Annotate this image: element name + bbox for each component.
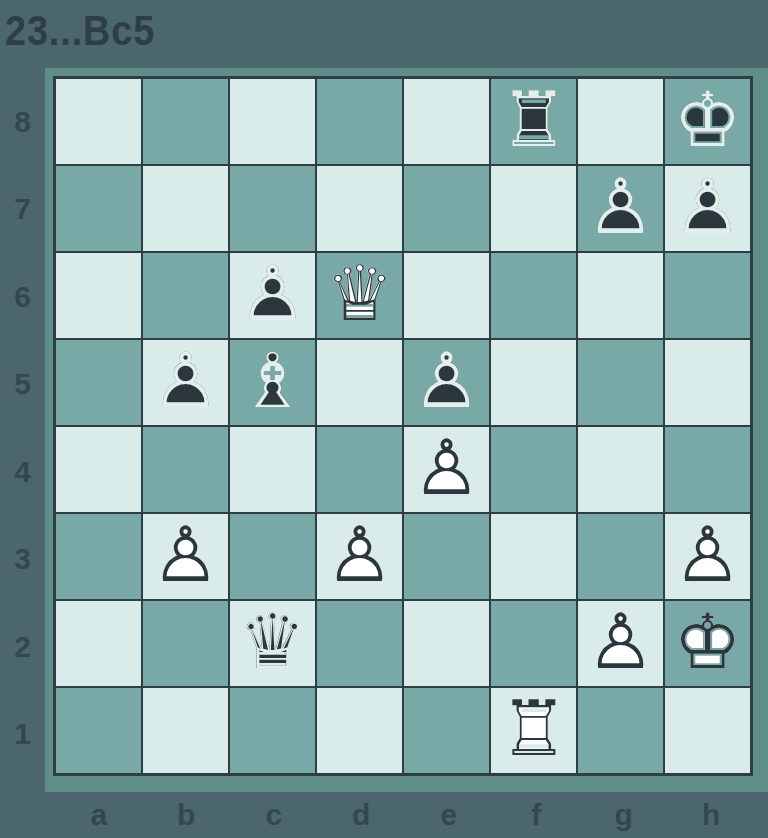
- piece-black-pawn: ♟♙: [403, 339, 490, 426]
- file-label-h: h: [668, 794, 756, 836]
- square-c7: [229, 165, 316, 252]
- square-c2: ♛♕: [229, 600, 316, 687]
- piece-black-pawn: ♟♙: [577, 165, 664, 252]
- square-h7: ♟♙: [664, 165, 751, 252]
- square-f2: [490, 600, 577, 687]
- piece-line-glyph: ♙: [577, 168, 664, 244]
- square-a2: [55, 600, 142, 687]
- file-label-c: c: [230, 794, 318, 836]
- piece-fill-glyph: ♜: [490, 81, 577, 157]
- square-c3: [229, 513, 316, 600]
- file-label-d: d: [318, 794, 406, 836]
- square-c8: [229, 78, 316, 165]
- square-f8: ♜♖: [490, 78, 577, 165]
- rank-labels: 87654321: [0, 78, 45, 778]
- piece-fill-glyph: ♟: [577, 168, 664, 244]
- piece-line-glyph: ♔: [664, 603, 751, 679]
- square-c1: [229, 687, 316, 774]
- piece-fill-glyph: ♟: [577, 603, 664, 679]
- piece-fill-glyph: ♛: [229, 603, 316, 679]
- piece-line-glyph: ♙: [664, 168, 751, 244]
- piece-fill-glyph: ♟: [229, 255, 316, 331]
- file-label-e: e: [405, 794, 493, 836]
- square-g1: [577, 687, 664, 774]
- square-b2: [142, 600, 229, 687]
- piece-line-glyph: ♖: [490, 81, 577, 157]
- square-e6: [403, 252, 490, 339]
- piece-fill-glyph: ♟: [664, 516, 751, 592]
- rank-label-5: 5: [0, 341, 45, 429]
- square-a4: [55, 426, 142, 513]
- square-e2: [403, 600, 490, 687]
- square-b4: [142, 426, 229, 513]
- piece-line-glyph: ♕: [229, 603, 316, 679]
- piece-white-king: ♚♔: [664, 600, 751, 687]
- piece-black-pawn: ♟♙: [229, 252, 316, 339]
- square-d7: [316, 165, 403, 252]
- square-c6: ♟♙: [229, 252, 316, 339]
- square-f5: [490, 339, 577, 426]
- square-d2: [316, 600, 403, 687]
- square-f4: [490, 426, 577, 513]
- square-f3: [490, 513, 577, 600]
- piece-line-glyph: ♙: [577, 603, 664, 679]
- square-f1: ♜♖: [490, 687, 577, 774]
- square-h2: ♚♔: [664, 600, 751, 687]
- piece-white-pawn: ♟♙: [577, 600, 664, 687]
- piece-fill-glyph: ♚: [664, 603, 751, 679]
- square-d5: [316, 339, 403, 426]
- square-b6: [142, 252, 229, 339]
- square-c4: [229, 426, 316, 513]
- piece-line-glyph: ♙: [229, 255, 316, 331]
- rank-label-7: 7: [0, 166, 45, 254]
- piece-fill-glyph: ♜: [490, 690, 577, 766]
- file-label-f: f: [493, 794, 581, 836]
- file-label-b: b: [143, 794, 231, 836]
- square-d4: [316, 426, 403, 513]
- square-g7: ♟♙: [577, 165, 664, 252]
- piece-line-glyph: ♔: [664, 81, 751, 157]
- square-a3: [55, 513, 142, 600]
- rank-label-1: 1: [0, 691, 45, 779]
- piece-fill-glyph: ♟: [142, 516, 229, 592]
- square-h4: [664, 426, 751, 513]
- piece-line-glyph: ♗: [229, 342, 316, 418]
- piece-black-king: ♚♔: [664, 78, 751, 165]
- piece-fill-glyph: ♟: [403, 342, 490, 418]
- rank-label-2: 2: [0, 603, 45, 691]
- square-b5: ♟♙: [142, 339, 229, 426]
- rank-label-6: 6: [0, 253, 45, 341]
- piece-line-glyph: ♙: [403, 342, 490, 418]
- square-d8: [316, 78, 403, 165]
- square-h8: ♚♔: [664, 78, 751, 165]
- piece-line-glyph: ♙: [403, 429, 490, 505]
- square-d6: ♛♕: [316, 252, 403, 339]
- piece-fill-glyph: ♚: [664, 81, 751, 157]
- piece-white-pawn: ♟♙: [403, 426, 490, 513]
- square-h6: [664, 252, 751, 339]
- square-g3: [577, 513, 664, 600]
- chess-board: ♜♖♚♔♟♙♟♙♟♙♛♕♟♙♝♗♟♙♟♙♟♙♟♙♟♙♛♕♟♙♚♔♜♖: [45, 68, 768, 792]
- square-b7: [142, 165, 229, 252]
- file-label-g: g: [580, 794, 668, 836]
- square-f7: [490, 165, 577, 252]
- square-e4: ♟♙: [403, 426, 490, 513]
- square-h1: [664, 687, 751, 774]
- square-a5: [55, 339, 142, 426]
- square-e5: ♟♙: [403, 339, 490, 426]
- square-d1: [316, 687, 403, 774]
- file-labels: abcdefgh: [55, 794, 755, 836]
- square-e7: [403, 165, 490, 252]
- square-e1: [403, 687, 490, 774]
- square-a7: [55, 165, 142, 252]
- square-a8: [55, 78, 142, 165]
- piece-black-queen: ♛♕: [229, 600, 316, 687]
- rank-label-8: 8: [0, 78, 45, 166]
- square-d3: ♟♙: [316, 513, 403, 600]
- piece-white-rook: ♜♖: [490, 687, 577, 774]
- move-annotation: 23...Bc5: [5, 6, 155, 55]
- piece-fill-glyph: ♛: [316, 255, 403, 331]
- square-g4: [577, 426, 664, 513]
- piece-fill-glyph: ♝: [229, 342, 316, 418]
- piece-black-pawn: ♟♙: [664, 165, 751, 252]
- piece-black-rook: ♜♖: [490, 78, 577, 165]
- square-f6: [490, 252, 577, 339]
- square-g8: [577, 78, 664, 165]
- rank-label-4: 4: [0, 428, 45, 516]
- piece-line-glyph: ♙: [142, 516, 229, 592]
- piece-black-pawn: ♟♙: [142, 339, 229, 426]
- rank-label-3: 3: [0, 516, 45, 604]
- square-g5: [577, 339, 664, 426]
- square-g6: [577, 252, 664, 339]
- square-b8: [142, 78, 229, 165]
- piece-white-pawn: ♟♙: [316, 513, 403, 600]
- square-b1: [142, 687, 229, 774]
- square-e8: [403, 78, 490, 165]
- square-h3: ♟♙: [664, 513, 751, 600]
- square-b3: ♟♙: [142, 513, 229, 600]
- square-g2: ♟♙: [577, 600, 664, 687]
- square-c5: ♝♗: [229, 339, 316, 426]
- piece-fill-glyph: ♟: [664, 168, 751, 244]
- piece-fill-glyph: ♟: [142, 342, 229, 418]
- piece-white-pawn: ♟♙: [142, 513, 229, 600]
- piece-line-glyph: ♙: [316, 516, 403, 592]
- file-label-a: a: [55, 794, 143, 836]
- square-h5: [664, 339, 751, 426]
- piece-line-glyph: ♙: [664, 516, 751, 592]
- piece-white-pawn: ♟♙: [664, 513, 751, 600]
- piece-fill-glyph: ♟: [403, 429, 490, 505]
- square-a1: [55, 687, 142, 774]
- piece-black-bishop: ♝♗: [229, 339, 316, 426]
- board-squares: ♜♖♚♔♟♙♟♙♟♙♛♕♟♙♝♗♟♙♟♙♟♙♟♙♟♙♛♕♟♙♚♔♜♖: [53, 76, 753, 776]
- square-e3: [403, 513, 490, 600]
- piece-white-queen: ♛♕: [316, 252, 403, 339]
- square-a6: [55, 252, 142, 339]
- piece-line-glyph: ♕: [316, 255, 403, 331]
- piece-fill-glyph: ♟: [316, 516, 403, 592]
- piece-line-glyph: ♖: [490, 690, 577, 766]
- piece-line-glyph: ♙: [142, 342, 229, 418]
